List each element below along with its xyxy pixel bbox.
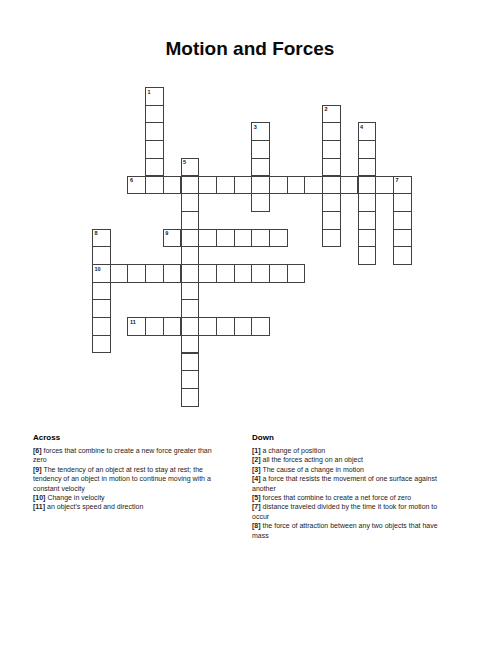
grid-cell[interactable] bbox=[181, 299, 200, 318]
grid-cell[interactable] bbox=[145, 264, 164, 283]
grid-cell[interactable] bbox=[198, 264, 217, 283]
clue-text: Change in velocity bbox=[45, 494, 104, 501]
grid-cell[interactable] bbox=[216, 176, 235, 195]
grid-cell[interactable] bbox=[145, 158, 164, 177]
grid-cell[interactable] bbox=[234, 229, 253, 248]
grid-cell[interactable] bbox=[127, 264, 146, 283]
grid-cell[interactable] bbox=[145, 176, 164, 195]
grid-cell[interactable] bbox=[375, 176, 394, 195]
grid-cell[interactable] bbox=[358, 140, 377, 159]
clue-text: The tendency of an object at rest to sta… bbox=[33, 466, 211, 492]
grid-cell[interactable] bbox=[322, 176, 341, 195]
grid-cell[interactable]: 8 bbox=[92, 229, 111, 248]
clue-number: 8 bbox=[95, 230, 98, 236]
clue-text: a change of position bbox=[261, 447, 326, 454]
clue-number: 9 bbox=[165, 230, 168, 236]
grid-cell[interactable] bbox=[181, 317, 200, 336]
grid-cell[interactable] bbox=[198, 317, 217, 336]
clue-text: an object's speed and direction bbox=[45, 503, 143, 510]
grid-cell[interactable] bbox=[393, 211, 412, 230]
crossword-grid: 1234567891011 bbox=[92, 87, 413, 408]
clue-text: The cause of a change in motion bbox=[261, 466, 364, 473]
grid-cell[interactable] bbox=[322, 193, 341, 212]
grid-cell[interactable] bbox=[181, 211, 200, 230]
grid-cell[interactable] bbox=[358, 211, 377, 230]
grid-cell[interactable] bbox=[358, 246, 377, 265]
grid-cell[interactable] bbox=[234, 176, 253, 195]
grid-cell[interactable] bbox=[216, 264, 235, 283]
grid-cell[interactable]: 10 bbox=[92, 264, 111, 283]
clue-label: [10] bbox=[33, 494, 45, 501]
clue-item: [8] the force of attraction between any … bbox=[252, 521, 482, 540]
grid-cell[interactable] bbox=[216, 229, 235, 248]
grid-cell[interactable] bbox=[358, 229, 377, 248]
grid-cell[interactable] bbox=[251, 158, 270, 177]
grid-cell[interactable] bbox=[358, 176, 377, 195]
grid-cell[interactable]: 2 bbox=[322, 105, 341, 124]
grid-cell[interactable] bbox=[269, 229, 288, 248]
grid-cell[interactable] bbox=[92, 317, 111, 336]
clue-label: [6] bbox=[33, 447, 42, 454]
grid-cell[interactable] bbox=[181, 353, 200, 372]
grid-cell[interactable] bbox=[287, 176, 306, 195]
grid-cell[interactable] bbox=[145, 317, 164, 336]
grid-cell[interactable] bbox=[251, 140, 270, 159]
clue-item: [6] forces that combine to create a new … bbox=[33, 446, 263, 465]
down-header: Down bbox=[252, 433, 482, 443]
clue-number: 1 bbox=[148, 89, 151, 95]
grid-cell[interactable]: 6 bbox=[127, 176, 146, 195]
clue-label: [8] bbox=[252, 522, 261, 529]
clue-text: forces that combine to create a net forc… bbox=[261, 494, 412, 501]
clue-item: [5] forces that combine to create a net … bbox=[252, 493, 482, 502]
down-clue-list: [1] a change of position[2] all the forc… bbox=[252, 446, 482, 540]
grid-cell[interactable] bbox=[145, 122, 164, 141]
clue-number: 3 bbox=[254, 124, 257, 130]
clue-item: [2] all the forces acting on an object bbox=[252, 455, 482, 464]
clue-label: [9] bbox=[33, 466, 42, 473]
clue-label: [1] bbox=[252, 447, 261, 454]
clue-item: [9] The tendency of an object at rest to… bbox=[33, 465, 263, 493]
grid-cell[interactable] bbox=[181, 176, 200, 195]
grid-cell[interactable] bbox=[145, 105, 164, 124]
puzzle-title: Motion and Forces bbox=[0, 38, 500, 60]
clue-label: [4] bbox=[252, 475, 261, 482]
grid-cell[interactable]: 11 bbox=[127, 317, 146, 336]
grid-cell[interactable] bbox=[358, 158, 377, 177]
grid-cell[interactable]: 7 bbox=[393, 176, 412, 195]
grid-cell[interactable] bbox=[393, 246, 412, 265]
grid-cell[interactable] bbox=[181, 264, 200, 283]
across-clue-list: [6] forces that combine to create a new … bbox=[33, 446, 263, 512]
grid-cell[interactable] bbox=[92, 335, 111, 354]
clue-label: [3] bbox=[252, 466, 261, 473]
grid-cell[interactable] bbox=[181, 370, 200, 389]
grid-cell[interactable] bbox=[92, 282, 111, 301]
grid-cell[interactable] bbox=[198, 229, 217, 248]
clue-text: the force of attraction between any two … bbox=[252, 522, 438, 538]
clue-label: [5] bbox=[252, 494, 261, 501]
grid-cell[interactable] bbox=[322, 158, 341, 177]
grid-cell[interactable] bbox=[393, 229, 412, 248]
clue-label: [2] bbox=[252, 456, 261, 463]
grid-cell[interactable] bbox=[163, 264, 182, 283]
grid-cell[interactable]: 5 bbox=[181, 158, 200, 177]
clue-number: 6 bbox=[130, 177, 133, 183]
grid-cell[interactable] bbox=[181, 282, 200, 301]
grid-cell[interactable] bbox=[181, 229, 200, 248]
grid-cell[interactable] bbox=[181, 388, 200, 407]
grid-cell[interactable] bbox=[269, 176, 288, 195]
clue-text: all the forces acting on an object bbox=[261, 456, 363, 463]
grid-cell[interactable] bbox=[251, 176, 270, 195]
across-header: Across bbox=[33, 433, 263, 443]
grid-cell[interactable] bbox=[358, 193, 377, 212]
grid-cell[interactable] bbox=[251, 264, 270, 283]
grid-cell[interactable] bbox=[340, 176, 359, 195]
clue-number: 11 bbox=[130, 319, 136, 325]
clue-item: [7] distance traveled divided by the tim… bbox=[252, 502, 482, 521]
grid-cell[interactable]: 1 bbox=[145, 87, 164, 106]
clue-item: [3] The cause of a change in motion bbox=[252, 465, 482, 474]
across-clues-section: Across [6] forces that combine to create… bbox=[33, 433, 263, 512]
grid-cell[interactable] bbox=[251, 193, 270, 212]
grid-cell[interactable] bbox=[181, 193, 200, 212]
clue-label: [11] bbox=[33, 503, 45, 510]
grid-cell[interactable] bbox=[304, 176, 323, 195]
clue-number: 7 bbox=[395, 177, 398, 183]
grid-cell[interactable] bbox=[198, 176, 217, 195]
grid-cell[interactable] bbox=[287, 264, 306, 283]
grid-cell[interactable] bbox=[322, 122, 341, 141]
worksheet-page: Motion and Forces 1234567891011 Across [… bbox=[0, 0, 500, 647]
clue-item: [11] an object's speed and direction bbox=[33, 502, 263, 511]
grid-cell[interactable] bbox=[251, 317, 270, 336]
grid-cell[interactable] bbox=[92, 246, 111, 265]
clue-item: [4] a force that resists the movement of… bbox=[252, 474, 482, 493]
grid-cell[interactable]: 9 bbox=[163, 229, 182, 248]
grid-cell[interactable] bbox=[110, 264, 129, 283]
grid-cell[interactable] bbox=[92, 299, 111, 318]
grid-cell[interactable] bbox=[322, 140, 341, 159]
grid-cell[interactable] bbox=[234, 264, 253, 283]
clue-item: [1] a change of position bbox=[252, 446, 482, 455]
clue-text: forces that combine to create a new forc… bbox=[33, 447, 212, 463]
grid-cell[interactable] bbox=[322, 229, 341, 248]
grid-cell[interactable] bbox=[322, 211, 341, 230]
clue-text: a force that resists the movement of one… bbox=[252, 475, 437, 491]
clue-label: [7] bbox=[252, 503, 261, 510]
clue-text: distance traveled divided by the time it… bbox=[252, 503, 437, 519]
grid-cell[interactable] bbox=[163, 176, 182, 195]
grid-cell[interactable] bbox=[393, 193, 412, 212]
clue-number: 5 bbox=[183, 159, 186, 165]
grid-cell[interactable] bbox=[145, 140, 164, 159]
clue-number: 10 bbox=[95, 266, 101, 272]
grid-cell[interactable] bbox=[251, 229, 270, 248]
clue-number: 4 bbox=[360, 124, 363, 130]
down-clues-section: Down [1] a change of position[2] all the… bbox=[252, 433, 482, 540]
grid-cell[interactable]: 4 bbox=[358, 122, 377, 141]
grid-cell[interactable] bbox=[181, 246, 200, 265]
grid-cell[interactable] bbox=[269, 264, 288, 283]
grid-cell[interactable] bbox=[216, 317, 235, 336]
grid-cell[interactable] bbox=[181, 335, 200, 354]
clue-number: 2 bbox=[325, 106, 328, 112]
clue-item: [10] Change in velocity bbox=[33, 493, 263, 502]
grid-cell[interactable]: 3 bbox=[251, 122, 270, 141]
grid-cell[interactable] bbox=[163, 317, 182, 336]
grid-cell[interactable] bbox=[234, 317, 253, 336]
